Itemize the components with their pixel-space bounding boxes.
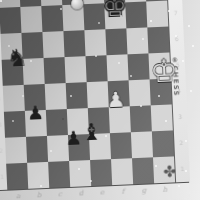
file-label-d: d xyxy=(79,189,84,197)
square-b2[interactable] xyxy=(26,136,48,163)
file-label-b: b xyxy=(37,191,42,199)
square-h2[interactable] xyxy=(152,130,174,157)
chess-board-photo: ®CHESS ✤ abcdefgh1122334455667788 ♚♞♚♟♟♟… xyxy=(0,0,200,200)
rank-label-right-6: 6 xyxy=(175,35,179,42)
square-f5[interactable] xyxy=(106,54,128,81)
file-label-e: e xyxy=(100,188,105,196)
square-a7[interactable] xyxy=(0,7,21,34)
square-g3[interactable] xyxy=(130,105,152,132)
chess-board: ®CHESS ✤ abcdefgh1122334455667788 ♚♞♚♟♟♟… xyxy=(0,0,190,200)
file-label-g: g xyxy=(142,187,147,195)
square-c4[interactable] xyxy=(45,83,67,110)
square-c7[interactable] xyxy=(41,5,63,32)
piece-black-pawn-b3[interactable]: ♟ xyxy=(25,103,47,123)
square-g5[interactable] xyxy=(127,53,149,80)
square-d5[interactable] xyxy=(65,56,87,83)
square-g4[interactable] xyxy=(129,79,151,106)
board-grid xyxy=(0,0,175,190)
square-b7[interactable] xyxy=(20,6,42,33)
square-g2[interactable] xyxy=(131,131,153,158)
rank-label-left-1: 1 xyxy=(0,173,4,180)
square-e1[interactable] xyxy=(90,159,112,186)
piece-black-king-f7[interactable]: ♚ xyxy=(101,0,123,22)
piece-black-bishop-e2[interactable]: ♝ xyxy=(80,121,102,145)
square-f2[interactable] xyxy=(110,132,132,159)
square-g1[interactable] xyxy=(132,157,154,184)
square-c5[interactable] xyxy=(44,57,66,84)
file-label-a: a xyxy=(16,192,21,200)
square-h6[interactable] xyxy=(147,27,169,54)
square-e5[interactable] xyxy=(86,55,108,82)
square-f1[interactable] xyxy=(111,158,133,185)
square-f6[interactable] xyxy=(105,28,127,55)
square-g6[interactable] xyxy=(126,27,148,54)
square-d1[interactable] xyxy=(69,160,91,187)
rank-label-right-7: 7 xyxy=(174,9,178,16)
piece-white-king-h4[interactable]: ♚ xyxy=(150,55,172,87)
square-h7[interactable] xyxy=(146,1,168,28)
file-label-f: f xyxy=(121,188,124,196)
square-e6[interactable] xyxy=(84,29,106,56)
piece-black-knight-a5[interactable]: ♞ xyxy=(6,46,28,71)
square-h3[interactable] xyxy=(151,104,173,131)
square-b1[interactable] xyxy=(27,162,49,189)
rank-label-right-3: 3 xyxy=(178,113,182,120)
file-label-c: c xyxy=(58,190,62,198)
square-a4[interactable] xyxy=(3,85,25,112)
file-label-h: h xyxy=(162,186,167,194)
square-c6[interactable] xyxy=(42,31,64,58)
rank-label-right-1: 1 xyxy=(180,165,184,172)
square-d4[interactable] xyxy=(66,82,88,109)
square-a1[interactable] xyxy=(6,163,28,190)
corner-emblem-icon: ✤ xyxy=(159,161,180,182)
square-c1[interactable] xyxy=(48,161,70,188)
square-d6[interactable] xyxy=(63,30,85,57)
rank-label-left-2: 2 xyxy=(0,147,3,154)
rank-label-right-2: 2 xyxy=(179,139,183,146)
rank-label-left-3: 3 xyxy=(0,121,2,128)
piece-white-pawn-f3[interactable]: ♟ xyxy=(105,89,127,111)
square-a2[interactable] xyxy=(5,137,27,164)
square-a3[interactable] xyxy=(4,111,26,138)
